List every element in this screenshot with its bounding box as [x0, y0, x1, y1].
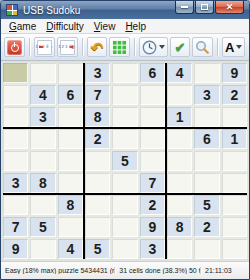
magnifier-icon — [195, 40, 210, 55]
window-title: USB Sudoku — [23, 5, 174, 16]
cell-r6c8[interactable] — [194, 173, 219, 193]
cell-r5c7[interactable] — [167, 151, 192, 171]
cell-r9c1[interactable]: 9 — [3, 239, 28, 259]
check-button[interactable]: ✔ — [170, 37, 190, 57]
title-bar: USB Sudoku ✕ — [1, 1, 249, 19]
cell-r7c1[interactable] — [3, 195, 28, 215]
cell-r6c4[interactable] — [85, 173, 110, 193]
cell-r6c2[interactable]: 8 — [30, 173, 55, 193]
cell-r2c6[interactable] — [140, 85, 165, 105]
minimize-icon — [181, 6, 188, 8]
cell-r4c3[interactable] — [58, 129, 83, 149]
app-icon[interactable] — [6, 4, 18, 16]
toolbar-separator — [217, 38, 218, 56]
cell-r4c7[interactable] — [167, 129, 192, 149]
cell-r8c9[interactable] — [222, 217, 247, 237]
cell-r9c9[interactable] — [222, 239, 247, 259]
hint-button[interactable] — [192, 37, 213, 57]
cell-r9c8[interactable] — [194, 239, 219, 259]
clock-icon — [142, 40, 157, 55]
cell-r6c9[interactable] — [222, 173, 247, 193]
status-progress: 31 cells done (38.3%) 50 to go — [114, 267, 200, 274]
cell-r9c7[interactable] — [167, 239, 192, 259]
cell-r5c2[interactable] — [30, 151, 55, 171]
power-button[interactable] — [4, 37, 25, 57]
close-icon: ✕ — [226, 3, 234, 12]
cell-r8c4[interactable] — [85, 217, 110, 237]
letter-a-icon: A — [225, 41, 234, 54]
cell-r1c1[interactable] — [3, 63, 28, 83]
usb-sudoku-window: USB Sudoku ✕ Game Difficulty View Help ↶ — [0, 0, 250, 280]
cell-r7c6[interactable]: 2 — [140, 195, 165, 215]
cell-r1c5[interactable] — [112, 63, 137, 83]
check-icon: ✔ — [175, 41, 186, 54]
edit-candidates-button[interactable] — [57, 37, 78, 57]
cell-r1c2[interactable] — [30, 63, 55, 83]
cell-r3c8[interactable] — [194, 107, 219, 127]
cell-r9c5[interactable] — [112, 239, 137, 259]
cell-r9c6[interactable]: 3 — [140, 239, 165, 259]
cell-r3c3[interactable] — [58, 107, 83, 127]
cell-r8c8[interactable]: 2 — [194, 217, 219, 237]
cell-r4c9[interactable]: 1 — [222, 129, 247, 149]
cell-r7c7[interactable] — [167, 195, 192, 215]
power-icon — [7, 40, 22, 55]
status-bar: Easy (18% max) puzzle 5434431 (rated at … — [1, 261, 249, 279]
cell-r6c3[interactable] — [58, 173, 83, 193]
candidates-arrow-icon — [60, 40, 75, 55]
cell-r7c3[interactable]: 8 — [58, 195, 83, 215]
cell-r2c1[interactable] — [3, 85, 28, 105]
green-grid-icon — [112, 40, 127, 55]
cell-r3c4[interactable]: 8 — [85, 107, 110, 127]
cell-r2c7[interactable] — [167, 85, 192, 105]
cell-r5c9[interactable] — [222, 151, 247, 171]
cell-r3c9[interactable] — [222, 107, 247, 127]
cell-r6c1[interactable]: 3 — [3, 173, 28, 193]
cell-r1c6[interactable]: 6 — [140, 63, 165, 83]
cell-r8c6[interactable]: 9 — [140, 217, 165, 237]
cell-r4c8[interactable]: 6 — [194, 129, 219, 149]
show-candidates-button[interactable] — [34, 37, 55, 57]
cell-r6c5[interactable] — [112, 173, 137, 193]
cell-r5c1[interactable] — [3, 151, 28, 171]
cell-r7c8[interactable]: 5 — [194, 195, 219, 215]
cell-r9c4[interactable]: 5 — [85, 239, 110, 259]
cell-r1c4[interactable]: 3 — [85, 63, 110, 83]
cell-r1c8[interactable] — [194, 63, 219, 83]
status-puzzle-info: Easy (18% max) puzzle 5434431 (rated at … — [1, 267, 114, 274]
cell-r7c2[interactable] — [30, 195, 55, 215]
cell-r2c9[interactable]: 2 — [222, 85, 247, 105]
cell-r9c3[interactable]: 4 — [58, 239, 83, 259]
status-time: 21:11:03 — [200, 267, 249, 274]
cell-r8c1[interactable]: 7 — [3, 217, 28, 237]
font-dropdown-icon[interactable] — [236, 45, 242, 49]
cell-r5c5[interactable]: 5 — [112, 151, 137, 171]
cell-r6c6[interactable]: 7 — [140, 173, 165, 193]
toolbar-separator — [82, 38, 83, 56]
cell-r8c7[interactable]: 8 — [167, 217, 192, 237]
cell-r2c3[interactable]: 6 — [58, 85, 83, 105]
menu-difficulty[interactable]: Difficulty — [41, 21, 89, 32]
cell-r1c3[interactable] — [58, 63, 83, 83]
cell-r7c5[interactable] — [112, 195, 137, 215]
cell-r7c9[interactable] — [222, 195, 247, 215]
cell-r5c6[interactable] — [140, 151, 165, 171]
cell-r3c1[interactable] — [3, 107, 28, 127]
cell-r5c3[interactable] — [58, 151, 83, 171]
cell-r9c2[interactable] — [30, 239, 55, 259]
cell-r3c7[interactable]: 1 — [167, 107, 192, 127]
cell-r1c9[interactable]: 9 — [222, 63, 247, 83]
menu-bar: Game Difficulty View Help — [1, 19, 249, 34]
timer-dropdown-icon[interactable] — [159, 45, 165, 49]
undo-arrow-icon: ↶ — [91, 40, 104, 55]
cell-r5c4[interactable] — [85, 151, 110, 171]
cell-r4c2[interactable] — [30, 129, 55, 149]
maximize-button[interactable] — [195, 1, 214, 14]
minimize-button[interactable] — [175, 1, 194, 14]
menu-help[interactable]: Help — [120, 21, 151, 32]
cell-r5c8[interactable] — [194, 151, 219, 171]
font-button[interactable]: A — [222, 37, 245, 57]
cell-r4c6[interactable] — [140, 129, 165, 149]
cell-r8c2[interactable]: 5 — [30, 217, 55, 237]
candidates-grid-icon — [37, 40, 52, 55]
cell-r8c5[interactable] — [112, 217, 137, 237]
cell-r3c2[interactable]: 3 — [30, 107, 55, 127]
timer-button[interactable] — [139, 37, 168, 57]
cell-r3c5[interactable] — [112, 107, 137, 127]
toolbar-separator — [29, 38, 30, 56]
undo-button[interactable]: ↶ — [87, 37, 107, 57]
cell-r2c5[interactable] — [112, 85, 137, 105]
cell-r8c3[interactable] — [58, 217, 83, 237]
menu-game[interactable]: Game — [4, 21, 41, 32]
toolbar: ↶ ✔ — [1, 34, 249, 61]
cell-r4c1[interactable] — [3, 129, 28, 149]
board: 3649467323812615387825759829453 — [1, 61, 249, 261]
cell-r2c2[interactable]: 4 — [30, 85, 55, 105]
cell-r6c7[interactable] — [167, 173, 192, 193]
cell-r7c4[interactable] — [85, 195, 110, 215]
maximize-icon — [201, 4, 208, 10]
cell-r2c8[interactable]: 3 — [194, 85, 219, 105]
window-controls: ✕ — [174, 1, 244, 14]
cell-r4c5[interactable] — [112, 129, 137, 149]
cell-r2c4[interactable]: 7 — [85, 85, 110, 105]
cell-r4c4[interactable]: 2 — [85, 129, 110, 149]
cell-r3c6[interactable] — [140, 107, 165, 127]
menu-view[interactable]: View — [89, 21, 121, 32]
close-button[interactable]: ✕ — [215, 1, 244, 14]
toolbar-separator — [134, 38, 135, 56]
fill-grid-button[interactable] — [109, 37, 130, 57]
cell-r1c7[interactable]: 4 — [167, 63, 192, 83]
board-grid: 3649467323812615387825759829453 — [3, 63, 247, 259]
